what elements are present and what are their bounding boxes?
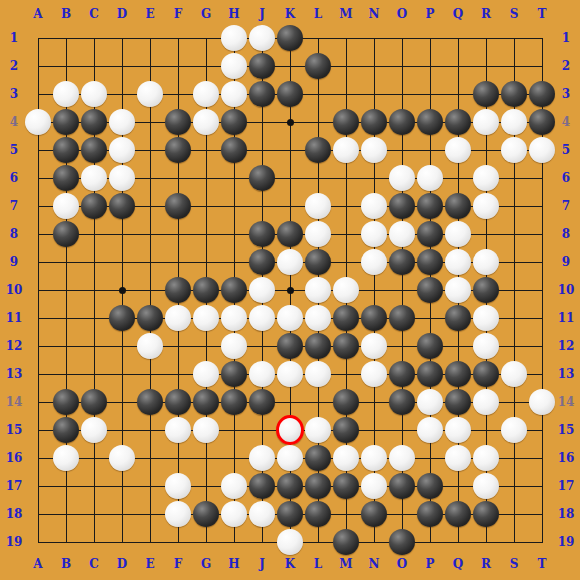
board-point-R17: [472, 472, 500, 500]
stone-black: [53, 137, 79, 163]
column-labels-top: ABCDEFGHJKLMNOPQRST: [24, 6, 556, 22]
stone-black: [53, 165, 79, 191]
stone-black: [81, 109, 107, 135]
stone-black: [529, 109, 555, 135]
stone-white: [109, 109, 135, 135]
board-point-H4: [220, 108, 248, 136]
stone-black: [53, 221, 79, 247]
board-point-N12: [360, 332, 388, 360]
board-point-C7: [80, 192, 108, 220]
col-label: J: [248, 556, 276, 572]
board-point-K11: [276, 304, 304, 332]
board-point-Q4: [444, 108, 472, 136]
col-label: T: [528, 6, 556, 22]
stone-black: [417, 333, 443, 359]
stone-white: [81, 417, 107, 443]
board-point-K1: [276, 24, 304, 52]
row-label: 15: [552, 416, 580, 444]
board-point-S4: [500, 108, 528, 136]
col-label: R: [472, 556, 500, 572]
stone-black: [445, 305, 471, 331]
stone-white: [193, 305, 219, 331]
board-point-N5: [360, 136, 388, 164]
stone-black: [249, 53, 275, 79]
stone-black: [361, 501, 387, 527]
stone-black: [417, 473, 443, 499]
board-point-H10: [220, 276, 248, 304]
stone-white: [389, 165, 415, 191]
stone-black: [417, 249, 443, 275]
board-point-N17: [360, 472, 388, 500]
stone-white: [193, 109, 219, 135]
col-label: N: [360, 6, 388, 22]
stone-black: [529, 81, 555, 107]
row-label: 5: [552, 136, 580, 164]
row-label: 7: [552, 192, 580, 220]
stone-black: [193, 389, 219, 415]
col-label: H: [220, 556, 248, 572]
stone-black: [417, 501, 443, 527]
stone-white: [165, 417, 191, 443]
stone-white: [165, 473, 191, 499]
board-point-O8: [388, 220, 416, 248]
stone-black: [417, 221, 443, 247]
board-point-Q10: [444, 276, 472, 304]
board-point-J10: [248, 276, 276, 304]
stone-black: [109, 305, 135, 331]
stone-black: [249, 389, 275, 415]
board-point-C3: [80, 80, 108, 108]
stone-black: [249, 249, 275, 275]
stone-black: [81, 389, 107, 415]
board-point-C4: [80, 108, 108, 136]
board-point-H14: [220, 388, 248, 416]
col-label: C: [80, 556, 108, 572]
col-label: O: [388, 6, 416, 22]
board-point-F15: [164, 416, 192, 444]
stone-white: [333, 277, 359, 303]
row-label: 10: [552, 276, 580, 304]
row-label: 2: [552, 52, 580, 80]
stone-white: [445, 249, 471, 275]
stone-white: [473, 109, 499, 135]
stone-black: [389, 249, 415, 275]
board-point-D6: [108, 164, 136, 192]
go-board: ABCDEFGHJKLMNOPQRST ABCDEFGHJKLMNOPQRST …: [0, 0, 580, 580]
board-point-N11: [360, 304, 388, 332]
board-point-O7: [388, 192, 416, 220]
stone-white: [445, 277, 471, 303]
board-point-A4: [24, 108, 52, 136]
stone-white: [473, 165, 499, 191]
board-point-F17: [164, 472, 192, 500]
stone-white: [389, 445, 415, 471]
board-point-R10: [472, 276, 500, 304]
board-point-G15: [192, 416, 220, 444]
stone-black: [305, 473, 331, 499]
col-label: O: [388, 556, 416, 572]
board-point-R6: [472, 164, 500, 192]
stone-black: [361, 109, 387, 135]
board-point-E12: [136, 332, 164, 360]
board-point-R7: [472, 192, 500, 220]
stone-white: [501, 361, 527, 387]
col-label: H: [220, 6, 248, 22]
col-label: P: [416, 6, 444, 22]
col-label: E: [136, 6, 164, 22]
stone-white: [221, 305, 247, 331]
board-point-Q13: [444, 360, 472, 388]
board-point-D7: [108, 192, 136, 220]
board-point-Q14: [444, 388, 472, 416]
board-point-P18: [416, 500, 444, 528]
col-label: Q: [444, 556, 472, 572]
stone-black: [389, 109, 415, 135]
board-point-P15: [416, 416, 444, 444]
stone-white: [305, 277, 331, 303]
board-point-G18: [192, 500, 220, 528]
board-point-P13: [416, 360, 444, 388]
board-point-L16: [304, 444, 332, 472]
stone-black: [277, 25, 303, 51]
stone-white: [249, 277, 275, 303]
board-point-L2: [304, 52, 332, 80]
board-point-D16: [108, 444, 136, 472]
board-point-L10: [304, 276, 332, 304]
board-point-F5: [164, 136, 192, 164]
board-point-J11: [248, 304, 276, 332]
stone-white: [361, 221, 387, 247]
board-point-O11: [388, 304, 416, 332]
board-point-O4: [388, 108, 416, 136]
stone-white: [109, 445, 135, 471]
board-point-R16: [472, 444, 500, 472]
stone-black: [221, 137, 247, 163]
board-point-K16: [276, 444, 304, 472]
stone-black: [473, 501, 499, 527]
stone-black: [473, 361, 499, 387]
board-point-E3: [136, 80, 164, 108]
board-point-O14: [388, 388, 416, 416]
stone-white: [445, 137, 471, 163]
stone-black: [445, 389, 471, 415]
board-point-J14: [248, 388, 276, 416]
col-label: G: [192, 556, 220, 572]
board-point-K12: [276, 332, 304, 360]
stone-white: [361, 473, 387, 499]
stone-black: [333, 305, 359, 331]
col-label: K: [276, 6, 304, 22]
stone-black: [53, 389, 79, 415]
stone-black: [333, 333, 359, 359]
stone-white: [361, 137, 387, 163]
stone-white: [249, 445, 275, 471]
stone-black: [53, 109, 79, 135]
stone-white: [305, 221, 331, 247]
col-label: S: [500, 556, 528, 572]
col-label: J: [248, 6, 276, 22]
col-label: Q: [444, 6, 472, 22]
board-point-T4: [528, 108, 556, 136]
board-point-T5: [528, 136, 556, 164]
stone-black: [165, 193, 191, 219]
stone-white: [165, 305, 191, 331]
stone-white: [53, 193, 79, 219]
board-point-J18: [248, 500, 276, 528]
board-point-K13: [276, 360, 304, 388]
stone-white: [53, 445, 79, 471]
board-point-P10: [416, 276, 444, 304]
board-point-F4: [164, 108, 192, 136]
board-point-K9: [276, 248, 304, 276]
stone-white: [193, 81, 219, 107]
board-point-P8: [416, 220, 444, 248]
stone-white: [361, 445, 387, 471]
col-label: T: [528, 556, 556, 572]
board-point-E11: [136, 304, 164, 332]
stone-white: [417, 389, 443, 415]
stone-white: [333, 445, 359, 471]
stone-black: [277, 221, 303, 247]
col-label: L: [304, 556, 332, 572]
board-point-R18: [472, 500, 500, 528]
stone-black: [165, 137, 191, 163]
board-point-M10: [332, 276, 360, 304]
board-point-B7: [52, 192, 80, 220]
board-point-F18: [164, 500, 192, 528]
board-point-K19: [276, 528, 304, 556]
stone-white: [417, 417, 443, 443]
board-point-O13: [388, 360, 416, 388]
stone-white: [529, 137, 555, 163]
stone-black: [305, 445, 331, 471]
board-point-L13: [304, 360, 332, 388]
stone-black: [165, 277, 191, 303]
board-point-G13: [192, 360, 220, 388]
col-label: M: [332, 6, 360, 22]
board-point-H5: [220, 136, 248, 164]
board-point-J8: [248, 220, 276, 248]
board-point-F7: [164, 192, 192, 220]
stone-white: [109, 165, 135, 191]
board-point-B15: [52, 416, 80, 444]
board-point-J3: [248, 80, 276, 108]
stone-white: [25, 109, 51, 135]
stone-white: [305, 417, 331, 443]
board-point-F14: [164, 388, 192, 416]
board-point-H18: [220, 500, 248, 528]
stone-white: [249, 305, 275, 331]
col-label: M: [332, 556, 360, 572]
board-point-L12: [304, 332, 332, 360]
row-label: 11: [552, 304, 580, 332]
stone-black: [473, 81, 499, 107]
board-point-N13: [360, 360, 388, 388]
board-point-T3: [528, 80, 556, 108]
board-point-L17: [304, 472, 332, 500]
stone-white: [445, 221, 471, 247]
row-label: 19: [552, 528, 580, 556]
row-label: 13: [552, 360, 580, 388]
stone-white: [221, 53, 247, 79]
col-label: A: [24, 6, 52, 22]
row-label: 16: [552, 444, 580, 472]
board-point-J16: [248, 444, 276, 472]
stone-black: [249, 81, 275, 107]
board-point-M17: [332, 472, 360, 500]
board-point-R12: [472, 332, 500, 360]
stone-white: [221, 81, 247, 107]
row-label: 9: [552, 248, 580, 276]
stone-black: [305, 249, 331, 275]
board-point-O17: [388, 472, 416, 500]
col-label: F: [164, 556, 192, 572]
board-point-N18: [360, 500, 388, 528]
board-point-B5: [52, 136, 80, 164]
board-point-M4: [332, 108, 360, 136]
board-intersections[interactable]: [24, 24, 556, 556]
stone-white: [249, 361, 275, 387]
stone-white: [221, 473, 247, 499]
stone-black: [249, 165, 275, 191]
stone-black: [277, 501, 303, 527]
board-point-G14: [192, 388, 220, 416]
col-label: R: [472, 6, 500, 22]
column-labels-bottom: ABCDEFGHJKLMNOPQRST: [24, 556, 556, 572]
board-point-P12: [416, 332, 444, 360]
stone-black: [333, 417, 359, 443]
stone-white: [277, 361, 303, 387]
stone-white: [221, 333, 247, 359]
board-point-D11: [108, 304, 136, 332]
board-point-P9: [416, 248, 444, 276]
board-point-H1: [220, 24, 248, 52]
board-point-P7: [416, 192, 444, 220]
stone-black: [305, 137, 331, 163]
stone-white: [305, 193, 331, 219]
board-point-Q9: [444, 248, 472, 276]
row-label: 14: [552, 388, 580, 416]
stone-white: [361, 249, 387, 275]
board-point-B6: [52, 164, 80, 192]
stone-white: [473, 445, 499, 471]
stone-black: [501, 81, 527, 107]
row-label: 3: [552, 80, 580, 108]
board-point-O9: [388, 248, 416, 276]
row-label: 12: [552, 332, 580, 360]
board-point-K17: [276, 472, 304, 500]
row-label: 6: [552, 164, 580, 192]
stone-white: [277, 529, 303, 555]
stone-black: [389, 389, 415, 415]
stone-black: [165, 109, 191, 135]
board-point-R9: [472, 248, 500, 276]
board-point-M14: [332, 388, 360, 416]
board-point-L5: [304, 136, 332, 164]
stone-white: [361, 193, 387, 219]
stone-white: [277, 445, 303, 471]
stone-black: [193, 501, 219, 527]
board-point-N8: [360, 220, 388, 248]
board-point-N4: [360, 108, 388, 136]
col-label: D: [108, 556, 136, 572]
row-label: 17: [552, 472, 580, 500]
board-point-H2: [220, 52, 248, 80]
stone-black: [81, 193, 107, 219]
stone-black: [333, 389, 359, 415]
stone-white: [277, 249, 303, 275]
board-point-L11: [304, 304, 332, 332]
stone-white: [277, 305, 303, 331]
board-point-R3: [472, 80, 500, 108]
board-point-J9: [248, 248, 276, 276]
board-point-G11: [192, 304, 220, 332]
board-point-C14: [80, 388, 108, 416]
board-point-H3: [220, 80, 248, 108]
board-point-J6: [248, 164, 276, 192]
col-label: G: [192, 6, 220, 22]
stone-white: [473, 389, 499, 415]
stone-white: [473, 193, 499, 219]
stone-white: [165, 501, 191, 527]
col-label: P: [416, 556, 444, 572]
board-point-O6: [388, 164, 416, 192]
stone-white: [137, 333, 163, 359]
stone-black: [333, 529, 359, 555]
board-point-M5: [332, 136, 360, 164]
board-point-C6: [80, 164, 108, 192]
board-point-M12: [332, 332, 360, 360]
stone-white: [417, 165, 443, 191]
board-point-S5: [500, 136, 528, 164]
board-point-L9: [304, 248, 332, 276]
stone-black: [137, 305, 163, 331]
board-point-J2: [248, 52, 276, 80]
board-point-B4: [52, 108, 80, 136]
col-label: L: [304, 6, 332, 22]
col-label: F: [164, 6, 192, 22]
col-label: D: [108, 6, 136, 22]
board-point-T14: [528, 388, 556, 416]
board-point-H11: [220, 304, 248, 332]
board-point-H13: [220, 360, 248, 388]
stone-black: [221, 389, 247, 415]
stone-black: [305, 53, 331, 79]
stone-white: [137, 81, 163, 107]
board-point-O19: [388, 528, 416, 556]
board-point-J13: [248, 360, 276, 388]
stone-black: [417, 277, 443, 303]
col-label: B: [52, 6, 80, 22]
stone-white: [361, 361, 387, 387]
board-point-C15: [80, 416, 108, 444]
board-point-N16: [360, 444, 388, 472]
board-point-P14: [416, 388, 444, 416]
stone-white: [445, 445, 471, 471]
board-point-P17: [416, 472, 444, 500]
col-label: N: [360, 556, 388, 572]
stone-black: [249, 221, 275, 247]
stone-black: [277, 333, 303, 359]
row-labels-right: 12345678910111213141516171819: [552, 24, 580, 556]
stone-white: [81, 165, 107, 191]
stone-white: [473, 305, 499, 331]
board-point-Q16: [444, 444, 472, 472]
board-point-P4: [416, 108, 444, 136]
board-point-G4: [192, 108, 220, 136]
stone-black: [417, 193, 443, 219]
col-label: A: [24, 556, 52, 572]
